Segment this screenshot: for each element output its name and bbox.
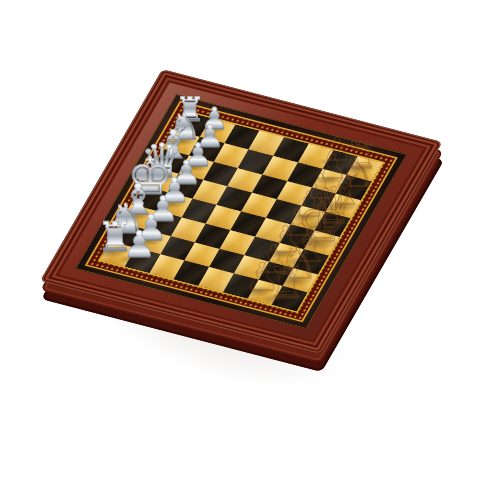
chess-piece-white-pawn: ♟ <box>123 228 156 265</box>
chess-piece-black-rook: ♜ <box>267 261 306 304</box>
pieces-layer: ♜♞♝♛♚♝♞♜♟♟♟♟♟♟♟♟♟♟♟♟♟♟♟♟♜♞♝♛♚♝♞♜ <box>0 0 480 480</box>
chess-set-photo: ♜♞♝♛♚♝♞♜♟♟♟♟♟♟♟♟♟♟♟♟♟♟♟♟♜♞♝♛♚♝♞♜ <box>0 0 480 480</box>
